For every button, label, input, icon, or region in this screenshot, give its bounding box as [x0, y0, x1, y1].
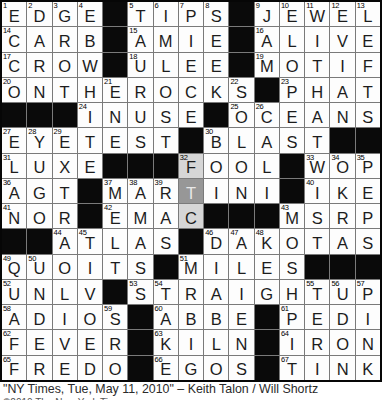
cell-r7-c1[interactable]: 31L — [2, 154, 26, 178]
cell-r6-c5[interactable]: E — [103, 128, 127, 152]
cell-letter: P — [287, 311, 298, 330]
cell-letter: H — [84, 84, 96, 103]
cell-r3-c6[interactable]: 18U — [128, 53, 152, 77]
cell-r2-c12[interactable]: L — [280, 27, 304, 51]
cell-r10-c6[interactable]: A — [128, 229, 152, 253]
cell-r15-c1[interactable]: 65F — [2, 356, 26, 380]
cell-r10-c9[interactable]: 46D — [204, 229, 228, 253]
cell-r4-c7[interactable]: O — [154, 78, 178, 102]
cell-r14-c3[interactable]: V — [53, 330, 77, 354]
cell-r4-c2[interactable]: N — [27, 78, 51, 102]
cell-letter: M — [184, 260, 198, 279]
cell-r7-c8[interactable]: 32F — [179, 154, 203, 178]
cell-r8-c8[interactable]: T — [179, 179, 203, 203]
cell-r3-c4[interactable]: W — [78, 53, 102, 77]
cell-letter: S — [135, 134, 146, 153]
cell-letter: I — [315, 185, 320, 204]
cell-letter: A — [9, 311, 20, 330]
cell-r8-c11[interactable]: I — [255, 179, 279, 203]
cell-letter: N — [33, 286, 45, 305]
cell-letter: A — [312, 109, 323, 128]
cell-r13-c2[interactable]: D — [27, 305, 51, 329]
black-cell — [103, 2, 127, 26]
cell-r9-c3[interactable]: R — [53, 204, 77, 228]
clue-number: 19 — [256, 53, 264, 61]
cell-r1-c12[interactable]: 10E — [280, 2, 304, 26]
cell-letter: O — [58, 260, 71, 279]
cell-r12-c2[interactable]: N — [27, 280, 51, 304]
cell-r3-c13[interactable]: T — [305, 53, 329, 77]
cell-r14-c4[interactable]: E — [78, 330, 102, 354]
cell-r2-c11[interactable]: 16A — [255, 27, 279, 51]
cell-letter: V — [59, 336, 70, 355]
cell-r4-c9[interactable]: K — [204, 78, 228, 102]
cell-letter: T — [135, 8, 145, 27]
clue-number: 67 — [281, 356, 289, 364]
cell-r14-c9[interactable]: L — [204, 330, 228, 354]
cell-letter: M — [159, 33, 173, 52]
cell-r11-c5[interactable]: T — [103, 255, 127, 279]
black-cell — [103, 27, 127, 51]
cell-r12-c14[interactable]: 56U — [330, 280, 354, 304]
cell-r3-c14[interactable]: I — [330, 53, 354, 77]
cell-r11-c9[interactable]: I — [204, 255, 228, 279]
cell-r15-c3[interactable]: E — [53, 356, 77, 380]
cell-r8-c1[interactable]: 36A — [2, 179, 26, 203]
cell-r8-c10[interactable]: N — [229, 179, 253, 203]
clue-number: 24 — [79, 103, 87, 111]
clue-number: 13 — [357, 2, 365, 10]
cell-letter: A — [337, 235, 348, 254]
cell-letter: E — [236, 311, 247, 330]
cell-r11-c3[interactable]: O — [53, 255, 77, 279]
cell-letter: T — [312, 286, 322, 305]
cell-r4-c12[interactable]: 23P — [280, 78, 304, 102]
cell-r14-c1[interactable]: 62F — [2, 330, 26, 354]
black-cell — [103, 280, 127, 304]
black-cell — [229, 27, 253, 51]
cell-r15-c9[interactable]: O — [204, 356, 228, 380]
cell-r6-c2[interactable]: 28Y — [27, 128, 51, 152]
cell-r11-c4[interactable]: I — [78, 255, 102, 279]
cell-r10-c13[interactable]: T — [305, 229, 329, 253]
cell-letter: E — [34, 336, 45, 355]
cell-letter: I — [340, 58, 345, 77]
cell-letter: N — [33, 84, 45, 103]
cell-r13-c4[interactable]: O — [78, 305, 102, 329]
cell-r2-c6[interactable]: 15A — [128, 27, 152, 51]
cell-letter: L — [60, 286, 69, 305]
black-cell — [280, 154, 304, 178]
black-cell — [128, 305, 152, 329]
cell-r7-c4[interactable]: E — [78, 154, 102, 178]
cell-r13-c8[interactable]: B — [179, 305, 203, 329]
cell-letter: U — [8, 286, 20, 305]
cell-r4-c10[interactable]: 22S — [229, 78, 253, 102]
cell-letter: P — [362, 286, 373, 305]
cell-r9-c5[interactable]: 42E — [103, 204, 127, 228]
cell-r9-c13[interactable]: S — [305, 204, 329, 228]
clue-number: 64 — [281, 330, 289, 338]
cell-letter: D — [33, 8, 45, 27]
cell-r3-c2[interactable]: R — [27, 53, 51, 77]
cell-letter: O — [336, 159, 349, 178]
cell-r12-c7[interactable]: 54T — [154, 280, 178, 304]
cell-r11-c1[interactable]: 49Q — [2, 255, 26, 279]
cell-r12-c15[interactable]: 57P — [356, 280, 380, 304]
cell-r10-c14[interactable]: A — [330, 229, 354, 253]
cell-letter: D — [337, 311, 349, 330]
cell-r4-c3[interactable]: T — [53, 78, 77, 102]
cell-letter: O — [286, 235, 299, 254]
cell-r5-c4[interactable]: 24I — [78, 103, 102, 127]
cell-r7-c2[interactable]: U — [27, 154, 51, 178]
cell-r2-c4[interactable]: B — [78, 27, 102, 51]
cell-r12-c13[interactable]: 55T — [305, 280, 329, 304]
cell-r5-c13[interactable]: A — [305, 103, 329, 127]
cell-r8-c6[interactable]: 38A — [128, 179, 152, 203]
clue-number: 16 — [256, 27, 264, 35]
cell-r2-c15[interactable]: E — [356, 27, 380, 51]
cell-letter: E — [312, 311, 323, 330]
cell-r4-c13[interactable]: H — [305, 78, 329, 102]
clue-number: 40 — [306, 179, 314, 187]
cell-r10-c12[interactable]: O — [280, 229, 304, 253]
cell-r2-c2[interactable]: A — [27, 27, 51, 51]
cell-r9-c1[interactable]: 41N — [2, 204, 26, 228]
clue-number: 21 — [104, 78, 112, 86]
cell-r6-c7[interactable]: T — [154, 128, 178, 152]
cell-letter: S — [211, 8, 222, 27]
cell-letter: Q — [8, 260, 21, 279]
black-cell — [78, 179, 102, 203]
cell-letter: E — [211, 58, 222, 77]
cell-r9-c2[interactable]: O — [27, 204, 51, 228]
cell-letter: C — [8, 33, 20, 52]
black-cell — [103, 53, 127, 77]
cell-r8-c14[interactable]: K — [330, 179, 354, 203]
cell-r6-c9[interactable]: 30B — [204, 128, 228, 152]
black-cell — [229, 204, 253, 228]
cell-r15-c4[interactable]: D — [78, 356, 102, 380]
cell-r10-c7[interactable]: S — [154, 229, 178, 253]
cell-letter: T — [60, 185, 70, 204]
black-cell — [154, 154, 178, 178]
cell-r5-c8[interactable]: E — [179, 103, 203, 127]
cell-r6-c12[interactable]: S — [280, 128, 304, 152]
cell-r12-c12[interactable]: H — [280, 280, 304, 304]
cell-letter: A — [211, 286, 222, 305]
cell-r1-c1[interactable]: 1E — [2, 2, 26, 26]
cell-r1-c13[interactable]: 11W — [305, 2, 329, 26]
cell-r8-c15[interactable]: E — [356, 179, 380, 203]
cell-letter: J — [263, 8, 271, 27]
cell-letter: P — [287, 84, 298, 103]
cell-r13-c14[interactable]: D — [330, 305, 354, 329]
cell-r14-c5[interactable]: R — [103, 330, 127, 354]
cell-r7-c3[interactable]: X — [53, 154, 77, 178]
cell-r6-c3[interactable]: 29E — [53, 128, 77, 152]
cell-r2-c14[interactable]: V — [330, 27, 354, 51]
black-cell — [154, 255, 178, 279]
cell-r14-c10[interactable]: N — [229, 330, 253, 354]
cell-r14-c8[interactable]: I — [179, 330, 203, 354]
cell-r1-c8[interactable]: 7P — [179, 2, 203, 26]
cell-letter: R — [59, 210, 71, 229]
cell-r11-c11[interactable]: E — [255, 255, 279, 279]
cell-r1-c2[interactable]: 2D — [27, 2, 51, 26]
cell-r10-c5[interactable]: L — [103, 229, 127, 253]
cell-r5-c14[interactable]: N — [330, 103, 354, 127]
cell-r6-c6[interactable]: S — [128, 128, 152, 152]
cell-letter: B — [211, 311, 222, 330]
cell-letter: I — [239, 286, 244, 305]
clue-number: 22 — [230, 78, 238, 86]
cell-r12-c6[interactable]: 53S — [128, 280, 152, 304]
cell-letter: S — [287, 134, 298, 153]
clue-number: 56 — [331, 280, 339, 288]
black-cell — [179, 128, 203, 152]
cell-letter: C — [185, 84, 197, 103]
cell-r11-c12[interactable]: S — [280, 255, 304, 279]
cell-r15-c14[interactable]: N — [330, 356, 354, 380]
clue-number: 9 — [256, 2, 260, 10]
cell-r14-c12[interactable]: 64I — [280, 330, 304, 354]
cell-r5-c11[interactable]: 26C — [255, 103, 279, 127]
cell-r3-c3[interactable]: O — [53, 53, 77, 77]
clue-number: 51 — [180, 255, 188, 263]
cell-letter: I — [189, 336, 194, 355]
cell-r2-c8[interactable]: I — [179, 27, 203, 51]
cell-r9-c6[interactable]: M — [128, 204, 152, 228]
cell-r8-c5[interactable]: 37M — [103, 179, 127, 203]
black-cell — [255, 330, 279, 354]
black-cell — [280, 179, 304, 203]
cell-letter: I — [366, 311, 371, 330]
cell-r15-c13[interactable]: I — [305, 356, 329, 380]
cell-r14-c14[interactable]: O — [330, 330, 354, 354]
cell-letter: M — [108, 185, 122, 204]
cell-r15-c5[interactable]: O — [103, 356, 127, 380]
cell-r4-c6[interactable]: R — [128, 78, 152, 102]
cell-letter: E — [287, 109, 298, 128]
cell-r4-c5[interactable]: 21E — [103, 78, 127, 102]
cell-r2-c9[interactable]: E — [204, 27, 228, 51]
cell-r8-c9[interactable]: I — [204, 179, 228, 203]
cell-r3-c9[interactable]: E — [204, 53, 228, 77]
cell-r6-c11[interactable]: A — [255, 128, 279, 152]
cell-r10-c3[interactable]: 44A — [53, 229, 77, 253]
cell-letter: T — [312, 134, 322, 153]
cell-r6-c1[interactable]: 27E — [2, 128, 26, 152]
cell-r2-c7[interactable]: M — [154, 27, 178, 51]
cell-r14-c7[interactable]: 63K — [154, 330, 178, 354]
cell-r12-c10[interactable]: I — [229, 280, 253, 304]
clue-number: 53 — [129, 280, 137, 288]
cell-r8-c7[interactable]: 39R — [154, 179, 178, 203]
cell-r1-c11[interactable]: 9J — [255, 2, 279, 26]
cell-r5-c6[interactable]: U — [128, 103, 152, 127]
clue-number: 46 — [205, 229, 213, 237]
cell-letter: L — [237, 134, 246, 153]
black-cell — [128, 154, 152, 178]
cell-r5-c5[interactable]: N — [103, 103, 127, 127]
cell-r13-c10[interactable]: E — [229, 305, 253, 329]
cell-letter: S — [110, 311, 121, 330]
clue-number: 1 — [3, 2, 7, 10]
clue-number: 29 — [54, 128, 62, 136]
black-cell — [305, 255, 329, 279]
cell-r11-c8[interactable]: 51M — [179, 255, 203, 279]
cell-r14-c15[interactable]: N — [356, 330, 380, 354]
cell-r5-c7[interactable]: S — [154, 103, 178, 127]
clue-number: 27 — [3, 128, 11, 136]
cell-r15-c8[interactable]: G — [179, 356, 203, 380]
cell-letter: A — [160, 311, 171, 330]
cell-r15-c2[interactable]: R — [27, 356, 51, 380]
cell-letter: T — [110, 260, 120, 279]
cell-r7-c11[interactable]: L — [255, 154, 279, 178]
cell-r5-c10[interactable]: 25O — [229, 103, 253, 127]
cell-r4-c4[interactable]: H — [78, 78, 102, 102]
cell-r15-c15[interactable]: K — [356, 356, 380, 380]
clue-number: 37 — [104, 179, 112, 187]
cell-r7-c13[interactable]: 33W — [305, 154, 329, 178]
cell-letter: E — [59, 361, 70, 380]
cell-r1-c14[interactable]: 12E — [330, 2, 354, 26]
cell-r12-c1[interactable]: 52U — [2, 280, 26, 304]
cell-letter: D — [33, 311, 45, 330]
cell-r1-c9[interactable]: 8S — [204, 2, 228, 26]
cell-r3-c7[interactable]: L — [154, 53, 178, 77]
cell-r4-c8[interactable]: C — [179, 78, 203, 102]
cell-letter: O — [210, 159, 223, 178]
cell-r3-c12[interactable]: O — [280, 53, 304, 77]
cell-r12-c9[interactable]: A — [204, 280, 228, 304]
clue-number: 49 — [3, 255, 11, 263]
cell-letter: E — [110, 84, 121, 103]
cell-letter: A — [261, 33, 272, 52]
cell-letter: O — [286, 58, 299, 77]
black-cell — [356, 128, 380, 152]
clue-number: 6 — [155, 2, 159, 10]
black-cell — [179, 229, 203, 253]
cell-r14-c2[interactable]: E — [27, 330, 51, 354]
cell-letter: A — [337, 84, 348, 103]
cell-r9-c12[interactable]: 43M — [280, 204, 304, 228]
cell-r10-c15[interactable]: S — [356, 229, 380, 253]
black-cell — [27, 103, 51, 127]
black-cell — [255, 356, 279, 380]
cell-r5-c12[interactable]: E — [280, 103, 304, 127]
cell-r7-c9[interactable]: O — [204, 154, 228, 178]
cell-r4-c15[interactable]: T — [356, 78, 380, 102]
cell-r11-c6[interactable]: S — [128, 255, 152, 279]
cell-r1-c3[interactable]: 3G — [53, 2, 77, 26]
cell-r9-c15[interactable]: P — [356, 204, 380, 228]
clue-number: 26 — [256, 103, 264, 111]
cell-r13-c12[interactable]: 61P — [280, 305, 304, 329]
cell-letter: A — [160, 210, 171, 229]
clue-number: 45 — [79, 229, 87, 237]
black-cell — [356, 255, 380, 279]
cell-r1-c7[interactable]: 6I — [154, 2, 178, 26]
cell-r13-c1[interactable]: 58A — [2, 305, 26, 329]
cell-r2-c1[interactable]: 14C — [2, 27, 26, 51]
cell-r13-c5[interactable]: 59S — [103, 305, 127, 329]
cell-r1-c6[interactable]: 5T — [128, 2, 152, 26]
cell-r4-c14[interactable]: A — [330, 78, 354, 102]
cell-r15-c12[interactable]: 67T — [280, 356, 304, 380]
cell-r11-c10[interactable]: L — [229, 255, 253, 279]
cell-r1-c4[interactable]: 4E — [78, 2, 102, 26]
cell-r12-c4[interactable]: V — [78, 280, 102, 304]
cell-r8-c2[interactable]: G — [27, 179, 51, 203]
cell-r14-c13[interactable]: R — [305, 330, 329, 354]
cell-r8-c3[interactable]: T — [53, 179, 77, 203]
cell-r13-c7[interactable]: 60A — [154, 305, 178, 329]
cell-r15-c10[interactable]: S — [229, 356, 253, 380]
cell-letter: T — [312, 58, 322, 77]
cell-r13-c3[interactable]: I — [53, 305, 77, 329]
cell-r9-c7[interactable]: A — [154, 204, 178, 228]
clue-number: 11 — [306, 2, 313, 10]
cell-r11-c2[interactable]: 50U — [27, 255, 51, 279]
cell-r7-c15[interactable]: 35P — [356, 154, 380, 178]
cell-r3-c15[interactable]: F — [356, 53, 380, 77]
cell-r5-c15[interactable]: S — [356, 103, 380, 127]
cell-r6-c13[interactable]: T — [305, 128, 329, 152]
cell-r9-c8[interactable]: C — [179, 204, 203, 228]
cell-r10-c11[interactable]: 48K — [255, 229, 279, 253]
cell-r15-c7[interactable]: 66E — [154, 356, 178, 380]
cell-r12-c11[interactable]: G — [255, 280, 279, 304]
crossword-grid: 1E2D3G4E5T6I7P8S9J10E11W12E13L14CARB15AM… — [0, 0, 382, 382]
cell-r7-c10[interactable]: O — [229, 154, 253, 178]
cell-r10-c10[interactable]: 47A — [229, 229, 253, 253]
black-cell — [128, 330, 152, 354]
cell-letter: N — [109, 109, 121, 128]
cell-r8-c13[interactable]: 40I — [305, 179, 329, 203]
cell-r3-c11[interactable]: 19M — [255, 53, 279, 77]
cell-r7-c14[interactable]: 34O — [330, 154, 354, 178]
cell-letter: S — [312, 210, 323, 229]
cell-r3-c1[interactable]: 17C — [2, 53, 26, 77]
cell-r3-c8[interactable]: E — [179, 53, 203, 77]
cell-r10-c4[interactable]: 45T — [78, 229, 102, 253]
cell-r12-c8[interactable]: R — [179, 280, 203, 304]
cell-letter: E — [9, 8, 20, 27]
cell-r2-c13[interactable]: I — [305, 27, 329, 51]
cell-letter: U — [135, 109, 147, 128]
cell-letter: G — [260, 286, 273, 305]
cell-r12-c3[interactable]: L — [53, 280, 77, 304]
cell-r13-c15[interactable]: I — [356, 305, 380, 329]
cell-r1-c15[interactable]: 13L — [356, 2, 380, 26]
cell-r13-c13[interactable]: E — [305, 305, 329, 329]
cell-r13-c9[interactable]: B — [204, 305, 228, 329]
cell-r6-c4[interactable]: T — [78, 128, 102, 152]
cell-letter: M — [134, 210, 148, 229]
clue-number: 48 — [256, 229, 264, 237]
cell-r4-c1[interactable]: 20O — [2, 78, 26, 102]
cell-r9-c14[interactable]: R — [330, 204, 354, 228]
black-cell — [27, 229, 51, 253]
cell-letter: D — [210, 235, 222, 254]
cell-letter: E — [160, 361, 171, 380]
cell-r2-c3[interactable]: R — [53, 27, 77, 51]
cell-r6-c10[interactable]: L — [229, 128, 253, 152]
